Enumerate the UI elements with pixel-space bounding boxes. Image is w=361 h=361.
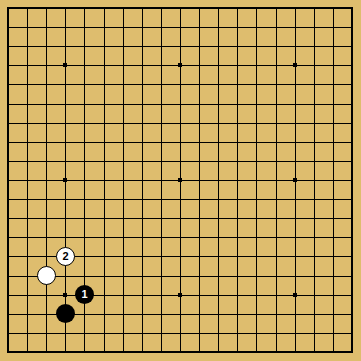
star-point bbox=[293, 178, 297, 182]
stone-label: 2 bbox=[62, 251, 68, 262]
grid-line-vertical bbox=[218, 8, 219, 352]
grid-line-horizontal bbox=[8, 333, 352, 334]
grid-line-vertical bbox=[199, 8, 200, 352]
grid-line-horizontal bbox=[8, 218, 352, 219]
star-point bbox=[63, 63, 67, 67]
star-point bbox=[178, 293, 182, 297]
grid-line-vertical bbox=[237, 8, 238, 352]
grid-line-vertical bbox=[314, 8, 315, 352]
grid-line-vertical bbox=[256, 8, 257, 352]
star-point bbox=[63, 178, 67, 182]
black-stone-D3 bbox=[56, 304, 75, 323]
grid-line-vertical bbox=[276, 8, 277, 352]
star-point bbox=[178, 178, 182, 182]
black-stone-E4: 1 bbox=[75, 285, 94, 304]
stone-label: 1 bbox=[81, 289, 87, 300]
screenshot-root: 12 bbox=[0, 0, 361, 361]
grid-line-horizontal bbox=[8, 276, 352, 277]
go-board: 12 bbox=[0, 0, 361, 361]
star-point bbox=[293, 63, 297, 67]
star-point bbox=[293, 293, 297, 297]
star-point bbox=[178, 63, 182, 67]
grid-line-horizontal bbox=[8, 199, 352, 200]
white-stone-D6: 2 bbox=[56, 247, 75, 266]
star-point bbox=[63, 293, 67, 297]
grid-line-horizontal bbox=[8, 237, 352, 238]
white-stone-C5 bbox=[37, 266, 56, 285]
grid-line-vertical bbox=[333, 8, 334, 352]
